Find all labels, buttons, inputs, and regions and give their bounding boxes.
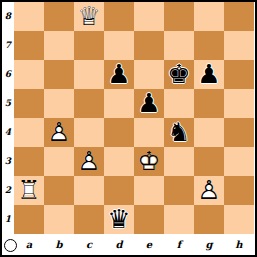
square-a6[interactable] [14,60,44,89]
square-b7[interactable] [44,31,74,60]
file-label-e: e [134,234,164,255]
square-f1[interactable] [164,205,194,234]
square-a8[interactable] [14,2,44,31]
square-f8[interactable] [164,2,194,31]
square-g1[interactable] [194,205,224,234]
square-c1[interactable] [74,205,104,234]
square-a2[interactable]: ♜♖ [14,176,44,205]
square-b5[interactable] [44,89,74,118]
side-to-move-indicator [4,239,17,252]
square-c4[interactable] [74,118,104,147]
white-king-icon: ♔ [137,147,160,173]
square-g8[interactable] [194,2,224,31]
piece-white-king[interactable]: ♚♔ [134,147,164,176]
white-pawn-icon: ♙ [47,118,70,144]
square-e8[interactable] [134,2,164,31]
square-g7[interactable] [194,31,224,60]
black-pawn-icon: ♟ [137,89,160,115]
piece-black-pawn[interactable]: ♟ [194,60,224,89]
square-e5[interactable]: ♟ [134,89,164,118]
square-b2[interactable] [44,176,74,205]
square-h5[interactable] [224,89,254,118]
black-pawn-icon: ♟ [107,60,130,86]
white-queen-icon: ♕ [77,2,100,28]
piece-black-pawn[interactable]: ♟ [134,89,164,118]
square-c8[interactable]: ♛♕ [74,2,104,31]
square-e3[interactable]: ♚♔ [134,147,164,176]
rank-label-4: 4 [2,118,14,147]
piece-black-pawn[interactable]: ♟ [104,60,134,89]
square-c5[interactable] [74,89,104,118]
rank-label-7: 7 [2,31,14,60]
square-d1[interactable]: ♛ [104,205,134,234]
rank-label-3: 3 [2,147,14,176]
square-h6[interactable] [224,60,254,89]
file-label-f: f [164,234,194,255]
piece-white-pawn[interactable]: ♟♙ [44,118,74,147]
square-a4[interactable] [14,118,44,147]
square-h7[interactable] [224,31,254,60]
square-d8[interactable] [104,2,134,31]
square-c2[interactable] [74,176,104,205]
square-b3[interactable] [44,147,74,176]
piece-white-pawn[interactable]: ♟♙ [194,176,224,205]
square-f3[interactable] [164,147,194,176]
piece-black-queen[interactable]: ♛ [104,205,134,234]
square-f2[interactable] [164,176,194,205]
square-b4[interactable]: ♟♙ [44,118,74,147]
square-e6[interactable] [134,60,164,89]
square-f5[interactable] [164,89,194,118]
square-b8[interactable] [44,2,74,31]
square-c6[interactable] [74,60,104,89]
square-e1[interactable] [134,205,164,234]
square-f7[interactable] [164,31,194,60]
rank-label-1: 1 [2,205,14,234]
square-e2[interactable] [134,176,164,205]
square-f6[interactable]: ♚ [164,60,194,89]
piece-white-pawn[interactable]: ♟♙ [74,147,104,176]
square-b6[interactable] [44,60,74,89]
square-d5[interactable] [104,89,134,118]
square-d6[interactable]: ♟ [104,60,134,89]
black-knight-icon: ♞ [167,118,190,144]
black-queen-icon: ♛ [107,205,130,231]
square-a1[interactable] [14,205,44,234]
square-c3[interactable]: ♟♙ [74,147,104,176]
piece-black-king[interactable]: ♚ [164,60,194,89]
square-d2[interactable] [104,176,134,205]
square-c7[interactable] [74,31,104,60]
square-g6[interactable]: ♟ [194,60,224,89]
rank-labels: 87654321 [2,2,14,234]
piece-black-knight[interactable]: ♞ [164,118,194,147]
square-a3[interactable] [14,147,44,176]
file-label-d: d [104,234,134,255]
rank-label-8: 8 [2,2,14,31]
chess-diagram: 87654321 ♛♕♟♚♟♟♟♙♞♟♙♚♔♜♖♟♙♛ abcdefgh [0,0,257,257]
file-label-a: a [14,234,44,255]
chess-board[interactable]: ♛♕♟♚♟♟♟♙♞♟♙♚♔♜♖♟♙♛ [14,2,254,234]
square-g5[interactable] [194,89,224,118]
square-f4[interactable]: ♞ [164,118,194,147]
square-d4[interactable] [104,118,134,147]
square-h3[interactable] [224,147,254,176]
piece-white-rook[interactable]: ♜♖ [14,176,44,205]
file-label-c: c [74,234,104,255]
file-labels: abcdefgh [14,234,254,255]
black-pawn-icon: ♟ [197,60,220,86]
square-h8[interactable] [224,2,254,31]
square-b1[interactable] [44,205,74,234]
square-a7[interactable] [14,31,44,60]
rank-label-6: 6 [2,60,14,89]
square-a5[interactable] [14,89,44,118]
black-king-icon: ♚ [167,60,190,86]
square-d3[interactable] [104,147,134,176]
square-h2[interactable] [224,176,254,205]
square-g4[interactable] [194,118,224,147]
file-label-g: g [194,234,224,255]
square-e7[interactable] [134,31,164,60]
square-h1[interactable] [224,205,254,234]
white-pawn-icon: ♙ [197,176,220,202]
white-rook-icon: ♖ [17,176,40,202]
square-e4[interactable] [134,118,164,147]
piece-white-queen[interactable]: ♛♕ [74,2,104,31]
white-pawn-icon: ♙ [77,147,100,173]
file-label-b: b [44,234,74,255]
rank-label-5: 5 [2,89,14,118]
square-g2[interactable]: ♟♙ [194,176,224,205]
square-h4[interactable] [224,118,254,147]
file-label-h: h [224,234,254,255]
square-g3[interactable] [194,147,224,176]
rank-label-2: 2 [2,176,14,205]
square-d7[interactable] [104,31,134,60]
